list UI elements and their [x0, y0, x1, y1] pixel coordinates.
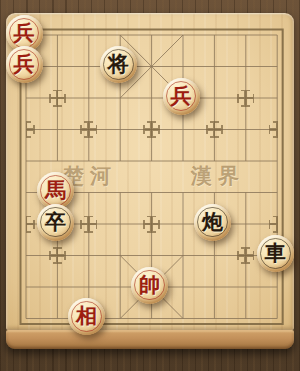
pieces-layer: 兵兵将兵馬卒炮車帥相 — [0, 0, 300, 371]
piece-character: 卒 — [45, 212, 66, 233]
piece-character: 兵 — [171, 86, 192, 107]
piece-character: 帥 — [139, 275, 160, 296]
piece-character: 車 — [265, 243, 286, 264]
piece-character: 将 — [108, 54, 129, 75]
black-soldier[interactable]: 卒 — [37, 204, 74, 241]
red-elephant[interactable]: 相 — [68, 298, 105, 335]
piece-character: 兵 — [14, 23, 35, 44]
black-chariot[interactable]: 車 — [257, 235, 294, 272]
black-cannon[interactable]: 炮 — [194, 204, 231, 241]
red-general[interactable]: 帥 — [131, 267, 168, 304]
piece-character: 相 — [76, 306, 97, 327]
piece-character: 馬 — [45, 180, 66, 201]
black-general[interactable]: 将 — [100, 46, 137, 83]
piece-character: 炮 — [202, 212, 223, 233]
piece-character: 兵 — [14, 54, 35, 75]
xiangqi-app: 楚河 漢界 兵兵将兵馬卒炮車帥相 — [0, 0, 300, 371]
red-soldier[interactable]: 兵 — [6, 46, 43, 83]
red-soldier[interactable]: 兵 — [163, 78, 200, 115]
